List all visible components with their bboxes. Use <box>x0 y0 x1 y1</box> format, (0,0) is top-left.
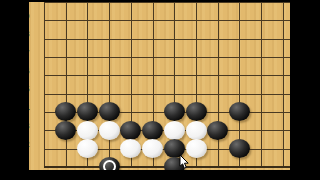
stone-black <box>186 102 207 121</box>
stone-white <box>77 139 98 158</box>
stone-black <box>207 121 228 140</box>
stone-white <box>186 121 207 140</box>
letterbox-bar-right <box>290 0 320 180</box>
letterbox-bar-left <box>0 0 29 180</box>
video-frame: 98765432 <box>0 0 320 180</box>
stone-black <box>77 102 98 121</box>
stone-white <box>164 121 185 140</box>
stone-black <box>164 102 185 121</box>
stone-white <box>142 139 163 158</box>
letterbox-bar-bottom <box>0 170 320 180</box>
stone-black <box>120 121 141 140</box>
stone-black <box>99 102 120 121</box>
stone-black <box>142 121 163 140</box>
stone-white <box>77 121 98 140</box>
stone-white <box>99 121 120 140</box>
go-board-surface[interactable]: 98765432 <box>29 2 290 170</box>
mouse-cursor-icon <box>179 155 191 170</box>
stone-black <box>229 139 250 158</box>
stone-black <box>55 121 76 140</box>
letterbox-bar-top <box>0 0 320 2</box>
